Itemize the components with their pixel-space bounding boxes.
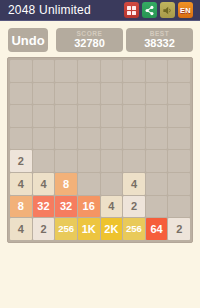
empty-cell [33, 128, 55, 150]
tile-4: 4 [10, 218, 32, 240]
empty-cell [168, 150, 190, 172]
empty-cell [55, 83, 77, 105]
tile-16: 16 [78, 196, 100, 218]
tile-256: 256 [123, 218, 145, 240]
empty-cell [146, 150, 168, 172]
empty-cell [146, 196, 168, 218]
empty-cell [101, 150, 123, 172]
empty-cell [33, 105, 55, 127]
tile-4: 4 [101, 196, 123, 218]
empty-cell [123, 105, 145, 127]
empty-cell [168, 196, 190, 218]
tile-4: 4 [33, 173, 55, 195]
empty-cell [168, 105, 190, 127]
topbar-icons: EN [124, 2, 200, 18]
empty-cell [168, 60, 190, 82]
empty-cell [33, 83, 55, 105]
empty-cell [123, 83, 145, 105]
empty-cell [78, 105, 100, 127]
empty-cell [101, 83, 123, 105]
empty-cell [101, 173, 123, 195]
language-icon-label: EN [180, 6, 191, 15]
empty-cell [10, 105, 32, 127]
empty-cell [123, 60, 145, 82]
tile-256: 256 [55, 218, 77, 240]
undo-button[interactable]: Undo [8, 28, 48, 52]
empty-cell [168, 83, 190, 105]
apps-icon[interactable] [124, 2, 139, 18]
tile-32: 32 [55, 196, 77, 218]
tile-4: 4 [123, 173, 145, 195]
empty-cell [123, 150, 145, 172]
empty-cell [101, 105, 123, 127]
empty-cell [146, 173, 168, 195]
empty-cell [146, 105, 168, 127]
tile-4: 4 [10, 173, 32, 195]
empty-cell [10, 128, 32, 150]
empty-cell [78, 128, 100, 150]
empty-cell [78, 173, 100, 195]
empty-cell [10, 60, 32, 82]
tile-1024: 1K [78, 218, 100, 240]
empty-cell [55, 60, 77, 82]
tile-2: 2 [123, 196, 145, 218]
board[interactable]: 24484832321642422561K2K256642 [7, 57, 193, 243]
tile-32: 32 [33, 196, 55, 218]
tile-2048: 2K [101, 218, 123, 240]
empty-cell [168, 128, 190, 150]
empty-cell [168, 173, 190, 195]
empty-cell [55, 150, 77, 172]
share-icon[interactable] [142, 2, 157, 18]
language-icon[interactable]: EN [178, 2, 193, 18]
empty-cell [55, 105, 77, 127]
empty-cell [146, 128, 168, 150]
empty-cell [101, 60, 123, 82]
tile-8: 8 [10, 196, 32, 218]
best-box: BEST 38332 [126, 28, 193, 52]
empty-cell [146, 83, 168, 105]
tile-64: 64 [146, 218, 168, 240]
empty-cell [55, 128, 77, 150]
share-icon-glyph [144, 5, 155, 16]
empty-cell [123, 128, 145, 150]
apps-icon-glyph [127, 6, 136, 15]
empty-cell [10, 83, 32, 105]
best-value: 38332 [144, 38, 175, 49]
empty-cell [146, 60, 168, 82]
tile-2: 2 [10, 150, 32, 172]
score-box: SCORE 32780 [56, 28, 123, 52]
tile-8: 8 [55, 173, 77, 195]
app-title: 2048 Unlimited [8, 0, 124, 20]
tile-2: 2 [33, 218, 55, 240]
empty-cell [33, 60, 55, 82]
title-bar: 2048 Unlimited [0, 0, 200, 21]
sound-icon-glyph [162, 5, 173, 16]
sound-icon[interactable] [160, 2, 175, 18]
empty-cell [78, 60, 100, 82]
score-value: 32780 [74, 38, 105, 49]
tile-2: 2 [168, 218, 190, 240]
score-row: Undo SCORE 32780 BEST 38332 [8, 28, 193, 52]
app-window: 2048 Unlimited [0, 0, 200, 308]
empty-cell [78, 83, 100, 105]
empty-cell [78, 150, 100, 172]
empty-cell [101, 128, 123, 150]
empty-cell [33, 150, 55, 172]
